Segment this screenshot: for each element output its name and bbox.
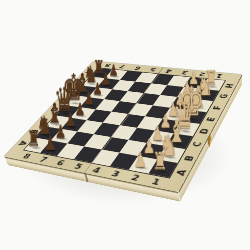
piece-white-pawn-a2: ♟ xyxy=(133,151,146,171)
piece-black-pawn-b7: ♟ xyxy=(54,123,65,141)
screenshot-stage: 87654321 87654321 HGFEDCBA HGFEDCBA ♜♟♟♜… xyxy=(0,0,250,250)
piece-black-pawn-a7: ♟ xyxy=(44,135,56,153)
piece-black-rook-a8: ♜ xyxy=(26,128,40,150)
fold-seam-side xyxy=(84,173,88,182)
chess-board: 87654321 87654321 HGFEDCBA HGFEDCBA ♜♟♟♜… xyxy=(4,61,241,192)
scene: 87654321 87654321 HGFEDCBA HGFEDCBA ♜♟♟♜… xyxy=(38,24,218,204)
brass-clasp-icon xyxy=(207,134,211,145)
piece-white-rook-a1: ♜ xyxy=(152,149,168,174)
coord-label-H: H xyxy=(218,82,240,91)
board-panel: 87654321 87654321 HGFEDCBA HGFEDCBA ♜♟♟♜… xyxy=(4,61,241,192)
